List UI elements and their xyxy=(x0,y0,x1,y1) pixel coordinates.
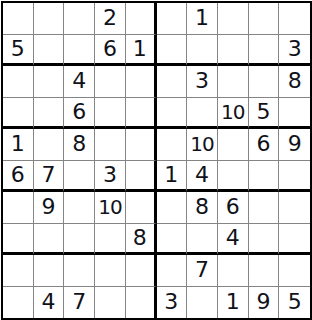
cell-r9c6[interactable] xyxy=(157,255,188,287)
cell-r9c4[interactable] xyxy=(95,255,126,287)
cell-r7c6[interactable] xyxy=(157,192,188,224)
cell-r6c2[interactable]: 7 xyxy=(34,161,65,193)
cell-r3c7[interactable]: 3 xyxy=(187,66,218,98)
cell-r10c8[interactable]: 1 xyxy=(218,287,249,319)
cell-r8c8[interactable]: 4 xyxy=(218,224,249,256)
cell-r7c9[interactable] xyxy=(249,192,280,224)
cell-r7c7[interactable]: 8 xyxy=(187,192,218,224)
cell-r1c4[interactable]: 2 xyxy=(95,3,126,35)
cell-r8c1[interactable] xyxy=(3,224,34,256)
cell-r2c9[interactable] xyxy=(249,35,280,67)
cell-r4c9[interactable]: 5 xyxy=(249,98,280,130)
cell-r3c8[interactable] xyxy=(218,66,249,98)
cell-r4c6[interactable] xyxy=(157,98,188,130)
cell-r2c3[interactable] xyxy=(64,35,95,67)
cell-r5c4[interactable] xyxy=(95,129,126,161)
cell-r10c1[interactable] xyxy=(3,287,34,319)
cell-r2c6[interactable] xyxy=(157,35,188,67)
cell-r2c1[interactable]: 5 xyxy=(3,35,34,67)
cell-r7c8[interactable]: 6 xyxy=(218,192,249,224)
cell-r8c10[interactable] xyxy=(279,224,310,256)
cell-r6c8[interactable] xyxy=(218,161,249,193)
cell-r1c9[interactable] xyxy=(249,3,280,35)
cell-r9c2[interactable] xyxy=(34,255,65,287)
cell-r5c2[interactable] xyxy=(34,129,65,161)
cell-r9c3[interactable] xyxy=(64,255,95,287)
cell-r5c6[interactable] xyxy=(157,129,188,161)
cell-r10c9[interactable]: 9 xyxy=(249,287,280,319)
cell-r2c10[interactable]: 3 xyxy=(279,35,310,67)
cell-r10c6[interactable]: 3 xyxy=(157,287,188,319)
cell-r6c9[interactable] xyxy=(249,161,280,193)
cell-r4c1[interactable] xyxy=(3,98,34,130)
cell-r2c8[interactable] xyxy=(218,35,249,67)
cell-r8c5[interactable]: 8 xyxy=(126,224,157,256)
cell-r6c6[interactable]: 1 xyxy=(157,161,188,193)
cell-r9c1[interactable] xyxy=(3,255,34,287)
cell-r7c10[interactable] xyxy=(279,192,310,224)
cell-r4c8[interactable]: 10 xyxy=(218,98,249,130)
cell-r3c10[interactable]: 8 xyxy=(279,66,310,98)
cell-r3c9[interactable] xyxy=(249,66,280,98)
cell-r1c1[interactable] xyxy=(3,3,34,35)
cell-r8c6[interactable] xyxy=(157,224,188,256)
cell-r3c4[interactable] xyxy=(95,66,126,98)
cell-r2c7[interactable] xyxy=(187,35,218,67)
cell-r3c6[interactable] xyxy=(157,66,188,98)
cell-r8c2[interactable] xyxy=(34,224,65,256)
cell-r5c9[interactable]: 6 xyxy=(249,129,280,161)
cell-r4c10[interactable] xyxy=(279,98,310,130)
cell-r5c5[interactable] xyxy=(126,129,157,161)
cell-r9c9[interactable] xyxy=(249,255,280,287)
cell-r10c2[interactable]: 4 xyxy=(34,287,65,319)
cell-r4c5[interactable] xyxy=(126,98,157,130)
cell-r7c2[interactable]: 9 xyxy=(34,192,65,224)
cell-r2c4[interactable]: 6 xyxy=(95,35,126,67)
cell-r9c7[interactable]: 7 xyxy=(187,255,218,287)
cell-r1c8[interactable] xyxy=(218,3,249,35)
cell-r5c7[interactable]: 10 xyxy=(187,129,218,161)
cell-r8c4[interactable] xyxy=(95,224,126,256)
cell-r1c2[interactable] xyxy=(34,3,65,35)
cell-r6c3[interactable] xyxy=(64,161,95,193)
cell-r6c5[interactable] xyxy=(126,161,157,193)
cell-r1c6[interactable] xyxy=(157,3,188,35)
cell-r6c10[interactable] xyxy=(279,161,310,193)
cell-r10c10[interactable]: 5 xyxy=(279,287,310,319)
cell-r8c7[interactable] xyxy=(187,224,218,256)
cell-r9c8[interactable] xyxy=(218,255,249,287)
cell-r6c4[interactable]: 3 xyxy=(95,161,126,193)
cell-r3c1[interactable] xyxy=(3,66,34,98)
cell-r5c8[interactable] xyxy=(218,129,249,161)
cell-r7c5[interactable] xyxy=(126,192,157,224)
cell-r6c1[interactable]: 6 xyxy=(3,161,34,193)
cell-r9c5[interactable] xyxy=(126,255,157,287)
cell-r3c3[interactable]: 4 xyxy=(64,66,95,98)
cell-r5c10[interactable]: 9 xyxy=(279,129,310,161)
cell-r7c1[interactable] xyxy=(3,192,34,224)
cell-r7c4[interactable]: 10 xyxy=(95,192,126,224)
cell-r10c7[interactable] xyxy=(187,287,218,319)
cell-r8c9[interactable] xyxy=(249,224,280,256)
cell-r1c5[interactable] xyxy=(126,3,157,35)
cell-r10c3[interactable]: 7 xyxy=(64,287,95,319)
cell-r6c7[interactable]: 4 xyxy=(187,161,218,193)
cell-r4c7[interactable] xyxy=(187,98,218,130)
cell-r2c5[interactable]: 1 xyxy=(126,35,157,67)
cell-r5c1[interactable]: 1 xyxy=(3,129,34,161)
cell-r5c3[interactable]: 8 xyxy=(64,129,95,161)
cell-r1c10[interactable] xyxy=(279,3,310,35)
cell-r4c3[interactable]: 6 xyxy=(64,98,95,130)
cell-r1c3[interactable] xyxy=(64,3,95,35)
cell-r1c7[interactable]: 1 xyxy=(187,3,218,35)
cell-r4c2[interactable] xyxy=(34,98,65,130)
cell-r2c2[interactable] xyxy=(34,35,65,67)
cell-r10c5[interactable] xyxy=(126,287,157,319)
cell-r4c4[interactable] xyxy=(95,98,126,130)
cell-r7c3[interactable] xyxy=(64,192,95,224)
cell-r9c10[interactable] xyxy=(279,255,310,287)
cell-r10c4[interactable] xyxy=(95,287,126,319)
sudoku-board: 21561343861051810696731491086847473195 xyxy=(1,1,312,320)
cell-r8c3[interactable] xyxy=(64,224,95,256)
cell-r3c2[interactable] xyxy=(34,66,65,98)
cell-r3c5[interactable] xyxy=(126,66,157,98)
